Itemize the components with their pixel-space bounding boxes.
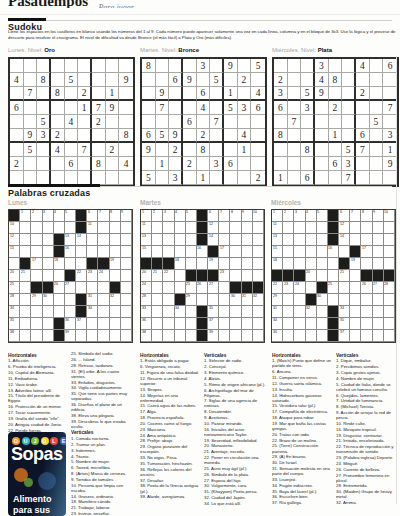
crossword-cell[interactable]: 20 <box>9 270 20 282</box>
sudoku-cell[interactable]: 7 <box>156 101 170 115</box>
sudoku-grid-oro[interactable]: 485978216179542932854722684 <box>8 57 135 187</box>
sudoku-cell[interactable] <box>370 143 384 157</box>
crossword-cell[interactable] <box>230 222 241 234</box>
sudoku-cell[interactable]: 9 <box>183 73 197 87</box>
sudoku-cell[interactable]: 6 <box>65 157 79 171</box>
crossword-cell[interactable]: 15 <box>9 246 20 258</box>
sudoku-cell[interactable] <box>329 171 343 185</box>
sudoku-cell[interactable]: 5 <box>210 73 224 87</box>
sudoku-cell[interactable]: 8 <box>142 59 156 73</box>
crossword-cell[interactable] <box>306 258 317 270</box>
sudoku-cell[interactable] <box>78 171 92 185</box>
sudoku-cell[interactable] <box>197 73 211 87</box>
crossword-cell[interactable] <box>43 246 54 258</box>
crossword-cell[interactable] <box>294 234 305 246</box>
crossword-cell[interactable] <box>152 318 163 330</box>
sudoku-cell[interactable]: 1 <box>78 101 92 115</box>
crossword-cell[interactable] <box>317 306 328 318</box>
crossword-cell[interactable] <box>317 318 328 330</box>
crossword-cell[interactable] <box>361 318 372 330</box>
sudoku-cell[interactable]: 5 <box>37 115 51 129</box>
crossword-cell[interactable]: 24 <box>141 282 152 294</box>
sudoku-cell[interactable] <box>315 143 329 157</box>
crossword-cell[interactable]: 18 <box>175 258 186 270</box>
crossword-cell[interactable] <box>76 282 87 294</box>
sudoku-cell[interactable] <box>24 157 38 171</box>
crossword-cell[interactable]: 21 <box>20 270 31 282</box>
sudoku-cell[interactable]: 2 <box>183 157 197 171</box>
crossword-cell[interactable] <box>121 222 132 234</box>
sudoku-cell[interactable] <box>251 143 265 157</box>
crossword-cell[interactable] <box>253 318 264 330</box>
sudoku-cell[interactable] <box>10 87 24 101</box>
crossword-cell[interactable] <box>54 222 65 234</box>
crossword-cell[interactable] <box>163 246 174 258</box>
crossword-cell[interactable]: 13 <box>141 234 152 246</box>
sudoku-cell[interactable] <box>301 73 315 87</box>
sudoku-cell[interactable]: 9 <box>24 129 38 143</box>
crossword-cell[interactable] <box>350 294 361 306</box>
crossword-cell[interactable]: 37 <box>208 318 219 330</box>
crossword-cell[interactable]: 17 <box>219 246 230 258</box>
crossword-cell[interactable] <box>65 294 76 306</box>
crossword-cell[interactable] <box>175 222 186 234</box>
crossword-cell[interactable] <box>219 306 230 318</box>
crossword-cell[interactable]: 28 <box>141 294 152 306</box>
crossword-cell[interactable]: 16 <box>65 246 76 258</box>
crossword-cell[interactable] <box>163 282 174 294</box>
crossword-cell[interactable] <box>350 306 361 318</box>
crossword-cell[interactable] <box>65 306 76 318</box>
crossword-cell[interactable]: 14 <box>76 234 87 246</box>
crossword-cell[interactable] <box>306 234 317 246</box>
sudoku-cell[interactable] <box>78 73 92 87</box>
crossword-cell[interactable]: 26 <box>361 282 372 294</box>
sudoku-cell[interactable] <box>251 157 265 171</box>
crossword-cell[interactable] <box>253 258 264 270</box>
sudoku-cell[interactable] <box>119 143 133 157</box>
crossword-cell[interactable]: 8 <box>110 210 121 222</box>
crossword-cell[interactable] <box>328 270 339 282</box>
crossword-cell[interactable]: 27 <box>208 282 219 294</box>
crossword-cell[interactable] <box>373 306 384 318</box>
crossword-cell[interactable]: 12 <box>339 222 350 234</box>
sudoku-cell[interactable]: 4 <box>315 73 329 87</box>
crossword-cell[interactable] <box>98 294 109 306</box>
sudoku-cell[interactable] <box>183 129 197 143</box>
sudoku-cell[interactable] <box>356 115 370 129</box>
sudoku-cell[interactable]: 1 <box>274 171 288 185</box>
sudoku-cell[interactable] <box>383 73 397 87</box>
sudoku-cell[interactable]: 7 <box>383 101 397 115</box>
crossword-cell[interactable] <box>197 258 208 270</box>
sudoku-cell[interactable] <box>224 115 238 129</box>
sudoku-cell[interactable]: 9 <box>156 87 170 101</box>
sudoku-cell[interactable] <box>210 129 224 143</box>
sudoku-cell[interactable]: 6 <box>183 115 197 129</box>
crossword-cell[interactable] <box>87 318 98 330</box>
crossword-cell[interactable] <box>186 330 197 342</box>
crossword-cell[interactable] <box>87 282 98 294</box>
sudoku-cell[interactable] <box>288 143 302 157</box>
sudoku-cell[interactable] <box>24 171 38 185</box>
crossword-cell[interactable]: 3 <box>294 210 305 222</box>
crossword-cell[interactable]: 11 <box>87 222 98 234</box>
sudoku-cell[interactable] <box>274 157 288 171</box>
sudoku-cell[interactable] <box>37 59 51 73</box>
sudoku-cell[interactable] <box>197 157 211 171</box>
crossword-cell[interactable]: 8 <box>230 210 241 222</box>
crossword-cell[interactable] <box>373 222 384 234</box>
sudoku-cell[interactable]: 9 <box>106 101 120 115</box>
sudoku-cell[interactable] <box>10 59 24 73</box>
sudoku-cell[interactable] <box>92 171 106 185</box>
crossword-cell[interactable] <box>175 282 186 294</box>
sudoku-cell[interactable] <box>329 115 343 129</box>
crossword-cell[interactable] <box>253 306 264 318</box>
crossword-cell[interactable]: 6 <box>87 210 98 222</box>
crossword-cell[interactable] <box>242 234 253 246</box>
crossword-cell[interactable] <box>361 330 372 342</box>
sudoku-cell[interactable] <box>301 157 315 171</box>
sudoku-cell[interactable] <box>51 101 65 115</box>
crossword-cell[interactable]: 2 <box>152 210 163 222</box>
sudoku-cell[interactable] <box>238 115 252 129</box>
crossword-cell[interactable] <box>31 318 42 330</box>
crossword-cell[interactable] <box>43 234 54 246</box>
crossword-cell[interactable]: 13 <box>272 234 283 246</box>
crossword-cell[interactable] <box>253 234 264 246</box>
crossword-cell[interactable] <box>31 222 42 234</box>
sudoku-cell[interactable]: 8 <box>329 73 343 87</box>
crossword-cell[interactable] <box>43 330 54 342</box>
crossword-cell[interactable] <box>242 306 253 318</box>
sudoku-cell[interactable]: 7 <box>92 101 106 115</box>
sudoku-cell[interactable] <box>92 143 106 157</box>
crossword-cell[interactable]: 25 <box>9 282 20 294</box>
crossword-cell[interactable] <box>76 330 87 342</box>
crossword-cell[interactable] <box>219 294 230 306</box>
crossword-cell[interactable] <box>20 330 31 342</box>
crossword-cell[interactable]: 24 <box>294 282 305 294</box>
crossword-cell[interactable] <box>242 258 253 270</box>
crossword-cell[interactable] <box>242 270 253 282</box>
crossword-cell[interactable] <box>152 246 163 258</box>
crossword-cell[interactable] <box>98 222 109 234</box>
sudoku-cell[interactable]: 9 <box>315 87 329 101</box>
crossword-cell[interactable]: 11 <box>272 222 283 234</box>
crossword-cell[interactable] <box>373 246 384 258</box>
sudoku-cell[interactable] <box>169 101 183 115</box>
crossword-cell[interactable]: 2 <box>31 210 42 222</box>
crossword-cell[interactable]: 24 <box>98 270 109 282</box>
sudoku-cell[interactable]: 5 <box>301 87 315 101</box>
crossword-cell[interactable] <box>283 318 294 330</box>
sudoku-cell[interactable] <box>301 115 315 129</box>
sudoku-cell[interactable]: 9 <box>224 59 238 73</box>
sudoku-cell[interactable]: 5 <box>24 143 38 157</box>
crossword-cell[interactable]: 10 <box>9 222 20 234</box>
crossword-cell[interactable] <box>384 246 395 258</box>
sudoku-cell[interactable]: 4 <box>238 129 252 143</box>
crossword-cell[interactable]: 7 <box>350 210 361 222</box>
sudoku-cell[interactable]: 4 <box>356 59 370 73</box>
sudoku-cell[interactable]: 6 <box>197 87 211 101</box>
sudoku-cell[interactable] <box>92 73 106 87</box>
crossword-cell[interactable] <box>283 258 294 270</box>
crossword-cell[interactable] <box>208 294 219 306</box>
crossword-cell[interactable]: 27 <box>65 282 76 294</box>
crossword-cell[interactable] <box>350 330 361 342</box>
crossword-cell[interactable]: 18 <box>54 258 65 270</box>
crossword-cell[interactable]: 29 <box>31 294 42 306</box>
crossword-cell[interactable]: 17 <box>361 246 372 258</box>
crossword-cell[interactable] <box>373 318 384 330</box>
sudoku-cell[interactable] <box>224 73 238 87</box>
crossword-cell[interactable] <box>163 222 174 234</box>
sudoku-cell[interactable]: 4 <box>119 157 133 171</box>
sudoku-cell[interactable] <box>169 59 183 73</box>
sudoku-cell[interactable] <box>119 115 133 129</box>
crossword-cell[interactable] <box>20 222 31 234</box>
crossword-cell[interactable] <box>152 330 163 342</box>
sudoku-cell[interactable]: 8 <box>51 87 65 101</box>
crossword-cell[interactable] <box>384 330 395 342</box>
sudoku-cell[interactable] <box>224 129 238 143</box>
crossword-cell[interactable] <box>317 270 328 282</box>
sudoku-cell[interactable] <box>65 171 79 185</box>
crossword-cell[interactable]: 10 <box>253 210 264 222</box>
sudoku-cell[interactable] <box>356 101 370 115</box>
sudoku-cell[interactable] <box>183 171 197 185</box>
crossword-cell[interactable]: 37 <box>339 330 350 342</box>
crossword-cell[interactable] <box>373 234 384 246</box>
sudoku-cell[interactable] <box>78 129 92 143</box>
crossword-cell[interactable]: 5 <box>186 210 197 222</box>
sudoku-cell[interactable] <box>342 115 356 129</box>
sudoku-cell[interactable]: 3 <box>315 59 329 73</box>
sudoku-cell[interactable] <box>169 87 183 101</box>
crossword-cell[interactable] <box>219 282 230 294</box>
sudoku-cell[interactable] <box>238 171 252 185</box>
sudoku-cell[interactable] <box>238 59 252 73</box>
crossword-cell[interactable] <box>76 246 87 258</box>
sudoku-cell[interactable] <box>51 73 65 87</box>
sudoku-cell[interactable] <box>65 59 79 73</box>
crossword-cell[interactable] <box>230 318 241 330</box>
crossword-cell[interactable] <box>121 234 132 246</box>
crossword-cell[interactable] <box>121 294 132 306</box>
sudoku-cell[interactable] <box>197 115 211 129</box>
sudoku-cell[interactable] <box>370 129 384 143</box>
crossword-cell[interactable] <box>283 330 294 342</box>
crossword-cell[interactable]: 1 <box>272 210 283 222</box>
sudoku-cell[interactable] <box>356 171 370 185</box>
crossword-cell[interactable] <box>20 282 31 294</box>
crossword-cell[interactable] <box>121 282 132 294</box>
sudoku-cell[interactable] <box>169 115 183 129</box>
sudoku-cell[interactable] <box>370 101 384 115</box>
sudoku-cell[interactable]: 4 <box>10 73 24 87</box>
sudoku-cell[interactable] <box>383 87 397 101</box>
crossword-cell[interactable]: 36 <box>65 318 76 330</box>
crossword-cell[interactable] <box>294 258 305 270</box>
crossword-cell[interactable] <box>186 222 197 234</box>
sudoku-cell[interactable]: 1 <box>197 171 211 185</box>
sudoku-cell[interactable] <box>106 171 120 185</box>
sudoku-cell[interactable] <box>92 59 106 73</box>
crossword-cell[interactable] <box>121 330 132 342</box>
sudoku-cell[interactable] <box>274 143 288 157</box>
crossword-cell[interactable] <box>339 282 350 294</box>
crossword-cell[interactable] <box>110 330 121 342</box>
sudoku-cell[interactable]: 2 <box>329 101 343 115</box>
crossword-cell[interactable]: 29 <box>186 294 197 306</box>
sudoku-cell[interactable] <box>210 59 224 73</box>
sudoku-cell[interactable]: 3 <box>210 157 224 171</box>
crossword-cell[interactable]: 26 <box>197 282 208 294</box>
crossword-cell[interactable]: 9 <box>373 210 384 222</box>
sudoku-cell[interactable] <box>78 115 92 129</box>
crossword-cell[interactable] <box>294 246 305 258</box>
crossword-cell[interactable]: 36 <box>272 330 283 342</box>
crossword-cell[interactable]: 17 <box>31 258 42 270</box>
sudoku-cell[interactable]: 7 <box>210 115 224 129</box>
sudoku-cell[interactable]: 2 <box>251 171 265 185</box>
sudoku-cell[interactable] <box>288 59 302 73</box>
crossword-cell[interactable] <box>20 318 31 330</box>
sudoku-cell[interactable]: 2 <box>106 143 120 157</box>
crossword-cell[interactable] <box>361 306 372 318</box>
sudoku-cell[interactable]: 3 <box>169 171 183 185</box>
crossword-cell[interactable] <box>283 294 294 306</box>
sudoku-grid-plata[interactable]: 346248359263277581638571639167 <box>272 57 399 187</box>
crossword-cell[interactable] <box>350 222 361 234</box>
sudoku-cell[interactable] <box>342 87 356 101</box>
crossword-cell[interactable]: 34 <box>175 306 186 318</box>
crossword-cell[interactable]: 39 <box>65 330 76 342</box>
sudoku-cell[interactable] <box>383 115 397 129</box>
sudoku-cell[interactable] <box>315 101 329 115</box>
crossword-cell[interactable]: 33 <box>339 306 350 318</box>
crossword-cell[interactable]: 34 <box>87 306 98 318</box>
crossword-grid-martes[interactable]: 1234567891011121314151617181920212223242… <box>140 209 265 343</box>
sudoku-cell[interactable]: 9 <box>383 157 397 171</box>
crossword-cell[interactable] <box>230 306 241 318</box>
crossword-cell[interactable] <box>384 234 395 246</box>
crossword-cell[interactable]: 31 <box>242 294 253 306</box>
crossword-cell[interactable]: 15 <box>272 246 283 258</box>
crossword-cell[interactable]: 14 <box>208 234 219 246</box>
crossword-cell[interactable]: 30 <box>230 294 241 306</box>
sudoku-cell[interactable]: 9 <box>119 73 133 87</box>
crossword-cell[interactable]: 19 <box>110 258 121 270</box>
crossword-cell[interactable] <box>163 234 174 246</box>
crossword-cell[interactable]: 7 <box>219 210 230 222</box>
crossword-cell[interactable]: 20 <box>306 270 317 282</box>
crossword-cell[interactable] <box>152 282 163 294</box>
sudoku-cell[interactable]: 2 <box>356 87 370 101</box>
sudoku-cell[interactable]: 9 <box>142 143 156 157</box>
crossword-cell[interactable] <box>186 234 197 246</box>
sudoku-cell[interactable] <box>142 157 156 171</box>
sudoku-cell[interactable] <box>183 143 197 157</box>
sudoku-cell[interactable]: 6 <box>274 101 288 115</box>
sudoku-cell[interactable]: 7 <box>356 143 370 157</box>
sudoku-cell[interactable] <box>301 129 315 143</box>
sudoku-cell[interactable] <box>37 101 51 115</box>
crossword-cell[interactable] <box>152 306 163 318</box>
crossword-cell[interactable] <box>65 258 76 270</box>
crossword-cell[interactable] <box>306 246 317 258</box>
crossword-cell[interactable] <box>306 330 317 342</box>
sudoku-cell[interactable] <box>210 171 224 185</box>
sudoku-cell[interactable]: 4 <box>51 143 65 157</box>
sudoku-cell[interactable]: 6 <box>251 101 265 115</box>
sudoku-cell[interactable] <box>370 73 384 87</box>
crossword-cell[interactable] <box>31 270 42 282</box>
crossword-grid-lunes[interactable]: 1234567891011121314151617181920212223242… <box>8 209 133 343</box>
crossword-cell[interactable] <box>98 318 109 330</box>
crossword-cell[interactable]: 31 <box>272 306 283 318</box>
crossword-cell[interactable] <box>328 294 339 306</box>
sudoku-cell[interactable] <box>251 129 265 143</box>
crossword-cell[interactable]: 5 <box>317 210 328 222</box>
sudoku-cell[interactable]: 6 <box>356 129 370 143</box>
crossword-cell[interactable]: 14 <box>339 234 350 246</box>
crossword-cell[interactable] <box>110 234 121 246</box>
sudoku-cell[interactable] <box>315 115 329 129</box>
sudoku-cell[interactable] <box>315 171 329 185</box>
crossword-cell[interactable]: 3 <box>163 210 174 222</box>
sudoku-cell[interactable] <box>238 87 252 101</box>
sudoku-cell[interactable] <box>251 73 265 87</box>
sudoku-cell[interactable]: 1 <box>156 157 170 171</box>
sudoku-cell[interactable]: 2 <box>92 115 106 129</box>
sudoku-cell[interactable] <box>142 87 156 101</box>
crossword-cell[interactable] <box>294 330 305 342</box>
sudoku-cell[interactable] <box>106 59 120 73</box>
crossword-cell[interactable]: 28 <box>9 294 20 306</box>
crossword-cell[interactable] <box>230 330 241 342</box>
crossword-cell[interactable]: 28 <box>384 282 395 294</box>
crossword-cell[interactable]: 4 <box>54 210 65 222</box>
crossword-cell[interactable]: 9 <box>121 210 132 222</box>
sudoku-cell[interactable] <box>10 115 24 129</box>
crossword-cell[interactable] <box>253 270 264 282</box>
sudoku-cell[interactable] <box>383 171 397 185</box>
sudoku-cell[interactable] <box>210 101 224 115</box>
sudoku-cell[interactable]: 2 <box>10 157 24 171</box>
crossword-cell[interactable]: 19 <box>208 258 219 270</box>
sudoku-cell[interactable] <box>274 59 288 73</box>
sudoku-cell[interactable] <box>51 157 65 171</box>
crossword-cell[interactable] <box>197 294 208 306</box>
crossword-cell[interactable]: 15 <box>141 246 152 258</box>
crossword-cell[interactable] <box>361 234 372 246</box>
sudoku-cell[interactable] <box>24 115 38 129</box>
sudoku-cell[interactable] <box>210 87 224 101</box>
sudoku-cell[interactable]: 3 <box>342 157 356 171</box>
sudoku-cell[interactable]: 7 <box>24 87 38 101</box>
sudoku-cell[interactable] <box>342 101 356 115</box>
crossword-cell[interactable] <box>230 270 241 282</box>
crossword-cell[interactable] <box>186 246 197 258</box>
crossword-cell[interactable]: 32 <box>110 294 121 306</box>
crossword-cell[interactable]: 22 <box>272 282 283 294</box>
crossword-cell[interactable] <box>230 258 241 270</box>
sudoku-cell[interactable]: 1 <box>329 129 343 143</box>
